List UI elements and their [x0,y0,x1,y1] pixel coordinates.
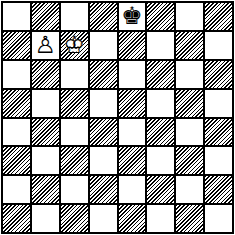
square-a3[interactable] [3,147,30,174]
square-b7[interactable]: ♟♙ [32,32,59,59]
square-b3[interactable] [32,147,59,174]
chess-diagram: ♚♟♙♚♔ [0,0,235,235]
square-g7[interactable] [176,32,203,59]
square-d6[interactable] [90,61,117,88]
square-f4[interactable] [147,119,174,146]
square-g6[interactable] [176,61,203,88]
square-d5[interactable] [90,90,117,117]
square-f2[interactable] [147,176,174,203]
square-a5[interactable] [3,90,30,117]
square-e1[interactable] [119,205,146,232]
square-c7[interactable]: ♚♔ [61,32,88,59]
square-a1[interactable] [3,205,30,232]
square-h1[interactable] [205,205,232,232]
square-e8[interactable]: ♚ [119,3,146,30]
square-a8[interactable] [3,3,30,30]
square-b5[interactable] [32,90,59,117]
square-a4[interactable] [3,119,30,146]
square-g4[interactable] [176,119,203,146]
piece-glyph: ♙ [35,32,57,59]
square-h4[interactable] [205,119,232,146]
square-d3[interactable] [90,147,117,174]
square-f1[interactable] [147,205,174,232]
square-d1[interactable] [90,205,117,232]
square-h7[interactable] [205,32,232,59]
square-a6[interactable] [3,61,30,88]
square-h2[interactable] [205,176,232,203]
square-e2[interactable] [119,176,146,203]
square-b6[interactable] [32,61,59,88]
square-h5[interactable] [205,90,232,117]
square-e6[interactable] [119,61,146,88]
square-c3[interactable] [61,147,88,174]
square-c4[interactable] [61,119,88,146]
piece-white-pawn[interactable]: ♟♙ [32,32,59,58]
square-c6[interactable] [61,61,88,88]
square-b8[interactable] [32,3,59,30]
piece-glyph: ♚ [121,3,143,30]
square-g8[interactable] [176,3,203,30]
square-e7[interactable] [119,32,146,59]
square-e4[interactable] [119,119,146,146]
square-d4[interactable] [90,119,117,146]
square-a7[interactable] [3,32,30,59]
square-a2[interactable] [3,176,30,203]
piece-black-king[interactable]: ♚ [119,3,146,29]
square-f6[interactable] [147,61,174,88]
square-h6[interactable] [205,61,232,88]
square-f8[interactable] [147,3,174,30]
piece-glyph: ♔ [63,32,85,59]
square-d8[interactable] [90,3,117,30]
square-c2[interactable] [61,176,88,203]
square-e3[interactable] [119,147,146,174]
square-h8[interactable] [205,3,232,30]
square-f3[interactable] [147,147,174,174]
square-b4[interactable] [32,119,59,146]
square-g2[interactable] [176,176,203,203]
square-g3[interactable] [176,147,203,174]
square-c1[interactable] [61,205,88,232]
piece-white-king[interactable]: ♚♔ [61,32,88,58]
square-h3[interactable] [205,147,232,174]
square-g5[interactable] [176,90,203,117]
square-e5[interactable] [119,90,146,117]
square-b2[interactable] [32,176,59,203]
square-f7[interactable] [147,32,174,59]
square-d2[interactable] [90,176,117,203]
square-c8[interactable] [61,3,88,30]
square-b1[interactable] [32,205,59,232]
chess-board: ♚♟♙♚♔ [1,1,234,234]
square-c5[interactable] [61,90,88,117]
square-g1[interactable] [176,205,203,232]
square-f5[interactable] [147,90,174,117]
square-d7[interactable] [90,32,117,59]
